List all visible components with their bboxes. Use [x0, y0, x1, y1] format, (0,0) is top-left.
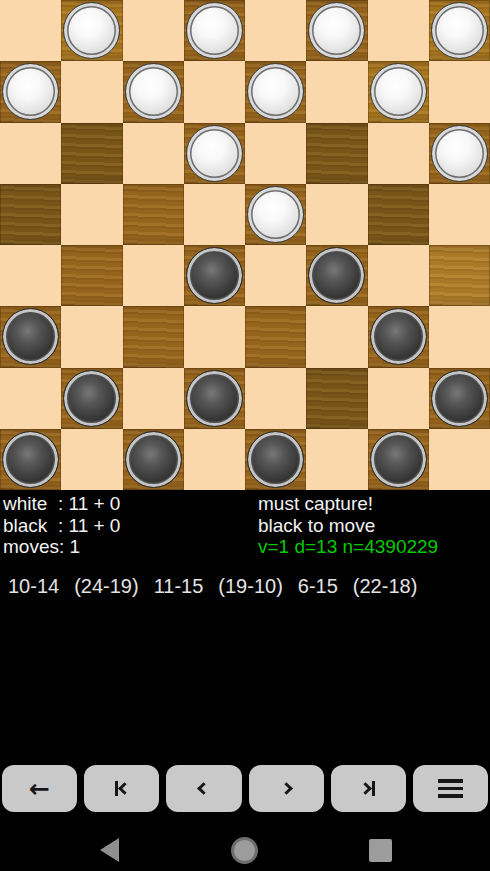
status-info: must capture! black to move v=1 d=13 n=4… [258, 493, 438, 558]
black-piece[interactable] [186, 370, 243, 427]
android-home-icon[interactable] [231, 837, 258, 864]
square-r6-c2[interactable] [123, 368, 184, 429]
square-r3-c1[interactable] [61, 184, 122, 245]
white-piece[interactable] [308, 2, 365, 59]
capture-warning: must capture! [258, 493, 438, 515]
black-piece[interactable] [431, 370, 488, 427]
square-r3-c0[interactable] [0, 184, 61, 245]
toolbar: ← [2, 765, 488, 812]
square-r3-c2[interactable] [123, 184, 184, 245]
square-r0-c6[interactable] [368, 0, 429, 61]
first-move-button[interactable] [84, 765, 159, 812]
square-r7-c4[interactable] [245, 429, 306, 490]
chevron-right-icon [280, 782, 293, 795]
black-piece[interactable] [2, 431, 59, 488]
white-piece[interactable] [247, 63, 304, 120]
square-r2-c3[interactable] [184, 123, 245, 184]
square-r1-c3[interactable] [184, 61, 245, 122]
white-piece[interactable] [2, 63, 59, 120]
material-info: white : 11 + 0 black : 11 + 0 moves: 1 [3, 493, 120, 558]
move-6[interactable]: (22-18) [353, 575, 417, 597]
square-r0-c4[interactable] [245, 0, 306, 61]
square-r3-c4[interactable] [245, 184, 306, 245]
square-r4-c7[interactable] [429, 245, 490, 306]
square-r5-c2[interactable] [123, 306, 184, 367]
move-2[interactable]: (24-19) [74, 575, 138, 597]
square-r1-c5[interactable] [306, 61, 367, 122]
black-piece[interactable] [247, 431, 304, 488]
turn-indicator: black to move [258, 515, 438, 537]
black-piece[interactable] [125, 431, 182, 488]
white-piece[interactable] [63, 2, 120, 59]
square-r6-c4[interactable] [245, 368, 306, 429]
square-r2-c1[interactable] [61, 123, 122, 184]
square-r4-c5[interactable] [306, 245, 367, 306]
square-r4-c1[interactable] [61, 245, 122, 306]
square-r0-c2[interactable] [123, 0, 184, 61]
android-back-icon[interactable] [100, 838, 119, 862]
square-r7-c5[interactable] [306, 429, 367, 490]
square-r0-c0[interactable] [0, 0, 61, 61]
black-piece[interactable] [63, 370, 120, 427]
black-piece[interactable] [2, 308, 59, 365]
square-r0-c1[interactable] [61, 0, 122, 61]
square-r2-c4[interactable] [245, 123, 306, 184]
square-r5-c6[interactable] [368, 306, 429, 367]
menu-button[interactable] [413, 765, 488, 812]
square-r6-c0[interactable] [0, 368, 61, 429]
white-piece[interactable] [431, 2, 488, 59]
hamburger-icon [438, 779, 463, 798]
android-navbar [0, 829, 490, 871]
square-r4-c4[interactable] [245, 245, 306, 306]
square-r6-c3[interactable] [184, 368, 245, 429]
square-r1-c4[interactable] [245, 61, 306, 122]
square-r2-c5[interactable] [306, 123, 367, 184]
last-move-button[interactable] [331, 765, 406, 812]
square-r3-c5[interactable] [306, 184, 367, 245]
android-recents-icon[interactable] [369, 839, 392, 862]
arrow-left-icon: ← [29, 776, 50, 801]
square-r3-c3[interactable] [184, 184, 245, 245]
white-piece[interactable] [247, 186, 304, 243]
black-piece[interactable] [370, 431, 427, 488]
square-r1-c6[interactable] [368, 61, 429, 122]
move-list: 10-14(24-19)11-15(19-10)6-15(22-18) [8, 575, 432, 598]
move-counter: moves: 1 [3, 536, 120, 558]
square-r1-c1[interactable] [61, 61, 122, 122]
app-screen: white : 11 + 0 black : 11 + 0 moves: 1 m… [0, 0, 490, 871]
square-r3-c7[interactable] [429, 184, 490, 245]
square-r5-c1[interactable] [61, 306, 122, 367]
square-r6-c7[interactable] [429, 368, 490, 429]
move-3[interactable]: 11-15 [154, 575, 204, 597]
black-piece[interactable] [308, 247, 365, 304]
square-r5-c3[interactable] [184, 306, 245, 367]
square-r4-c2[interactable] [123, 245, 184, 306]
white-piece[interactable] [186, 125, 243, 182]
engine-eval: v=1 d=13 n=4390229 [258, 536, 438, 558]
square-r4-c6[interactable] [368, 245, 429, 306]
previous-move-button[interactable] [166, 765, 241, 812]
square-r5-c4[interactable] [245, 306, 306, 367]
black-piece[interactable] [370, 308, 427, 365]
white-piece[interactable] [431, 125, 488, 182]
square-r7-c7[interactable] [429, 429, 490, 490]
square-r1-c7[interactable] [429, 61, 490, 122]
square-r0-c5[interactable] [306, 0, 367, 61]
square-r0-c3[interactable] [184, 0, 245, 61]
square-r7-c3[interactable] [184, 429, 245, 490]
square-r6-c6[interactable] [368, 368, 429, 429]
white-piece[interactable] [370, 63, 427, 120]
white-piece[interactable] [186, 2, 243, 59]
black-count: black : 11 + 0 [3, 515, 120, 537]
white-piece[interactable] [125, 63, 182, 120]
next-move-button[interactable] [249, 765, 324, 812]
square-r7-c1[interactable] [61, 429, 122, 490]
square-r4-c3[interactable] [184, 245, 245, 306]
skip-to-end-icon [361, 781, 375, 796]
move-5[interactable]: 6-15 [298, 575, 338, 597]
move-1[interactable]: 10-14 [8, 575, 59, 597]
square-r6-c1[interactable] [61, 368, 122, 429]
chevron-left-icon [198, 782, 211, 795]
square-r7-c0[interactable] [0, 429, 61, 490]
square-r1-c0[interactable] [0, 61, 61, 122]
white-count: white : 11 + 0 [3, 493, 120, 515]
move-4[interactable]: (19-10) [218, 575, 282, 597]
square-r1-c2[interactable] [123, 61, 184, 122]
square-r2-c7[interactable] [429, 123, 490, 184]
square-r7-c2[interactable] [123, 429, 184, 490]
square-r3-c6[interactable] [368, 184, 429, 245]
square-r5-c5[interactable] [306, 306, 367, 367]
board [0, 0, 490, 490]
square-r5-c7[interactable] [429, 306, 490, 367]
skip-to-start-icon [115, 781, 129, 796]
square-r4-c0[interactable] [0, 245, 61, 306]
square-r5-c0[interactable] [0, 306, 61, 367]
black-piece[interactable] [186, 247, 243, 304]
back-button[interactable]: ← [2, 765, 77, 812]
square-r6-c5[interactable] [306, 368, 367, 429]
square-r2-c0[interactable] [0, 123, 61, 184]
square-r2-c2[interactable] [123, 123, 184, 184]
square-r7-c6[interactable] [368, 429, 429, 490]
square-r0-c7[interactable] [429, 0, 490, 61]
square-r2-c6[interactable] [368, 123, 429, 184]
